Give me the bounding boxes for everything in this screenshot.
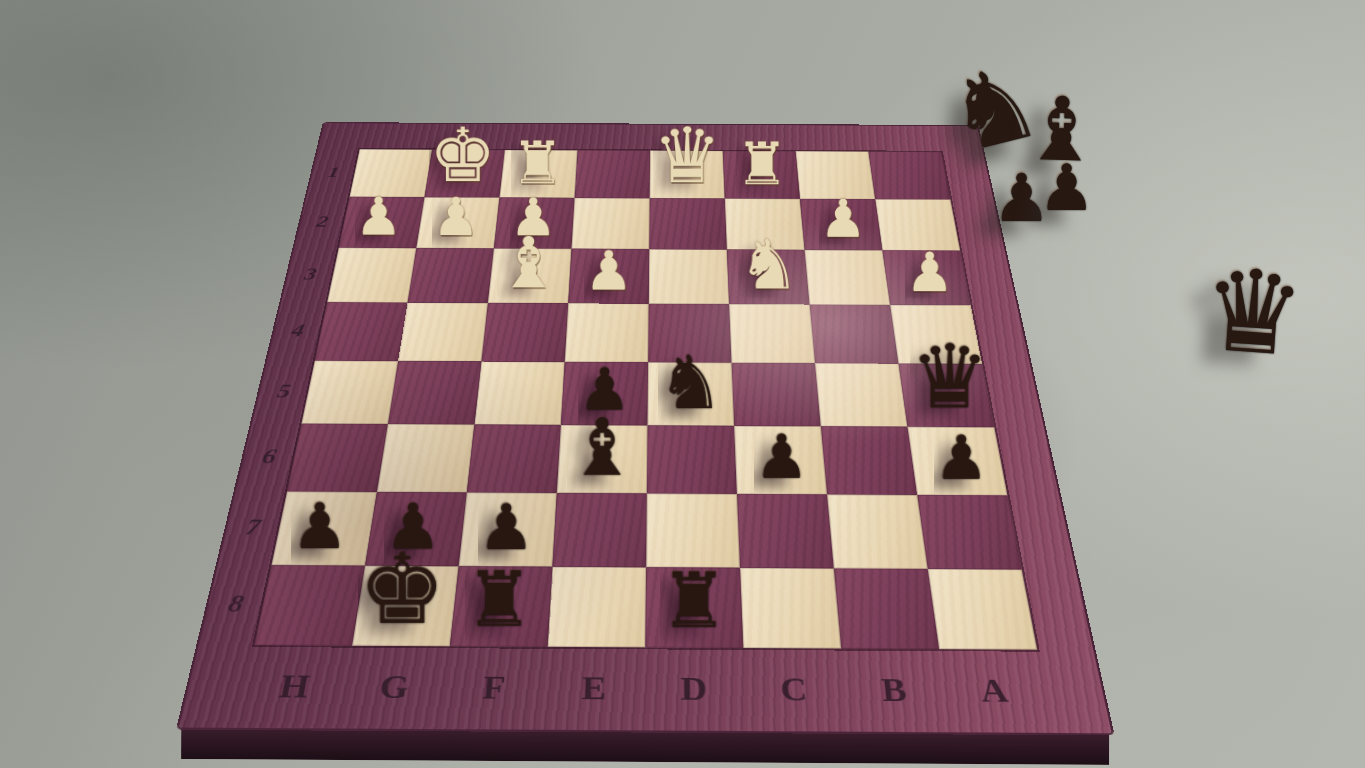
piece-white-pawn-b2[interactable]: ♟: [819, 193, 866, 246]
piece-white-rook-f1[interactable]: ♜: [511, 134, 564, 193]
piece-black-king-g8[interactable]: ♚: [358, 541, 445, 638]
piece-black-rook-f8[interactable]: ♜: [465, 562, 534, 639]
piece-black-pawn-a6[interactable]: ♟: [934, 428, 989, 489]
board-frame: ♚♜♛♜♟♟♟♟♝♟♞♟♟♞♛♝♟♟♟♟♟♚♜♜ HGFEDCBA 123456…: [179, 123, 1112, 733]
square-b6[interactable]: [821, 426, 917, 495]
square-f3[interactable]: ♝: [488, 248, 572, 303]
square-g2[interactable]: ♟: [416, 197, 499, 248]
square-e6[interactable]: ♝: [557, 425, 648, 494]
board-grid: ♚♜♛♜♟♟♟♟♝♟♞♟♟♞♛♝♟♟♟♟♟♚♜♜: [255, 149, 1038, 649]
square-b8[interactable]: [834, 568, 939, 649]
square-c7[interactable]: [737, 494, 834, 568]
square-a6[interactable]: ♟: [908, 427, 1008, 496]
square-a1[interactable]: [868, 152, 950, 200]
square-d2[interactable]: [649, 198, 727, 249]
piece-black-rook-d8[interactable]: ♜: [660, 563, 729, 640]
piece-white-pawn-g2[interactable]: ♟: [432, 191, 479, 244]
piece-black-pawn-h7[interactable]: ♟: [291, 495, 348, 558]
square-h5[interactable]: [301, 361, 398, 424]
square-d5[interactable]: ♞: [648, 362, 735, 426]
captured-black-pawn[interactable]: ♟: [1038, 156, 1095, 220]
piece-white-king-g1[interactable]: ♚: [429, 118, 496, 193]
file-label-g: G: [342, 669, 447, 707]
square-d6[interactable]: [647, 425, 737, 494]
square-e4[interactable]: [565, 303, 649, 362]
square-g3[interactable]: [408, 248, 494, 303]
square-d1[interactable]: ♛: [650, 151, 725, 199]
piece-white-rook-c1[interactable]: ♜: [736, 135, 789, 194]
piece-black-knight-d5[interactable]: ♞: [658, 345, 724, 419]
scene: ♚♜♛♜♟♟♟♟♝♟♞♟♟♞♛♝♟♟♟♟♟♚♜♜ HGFEDCBA 123456…: [0, 0, 1365, 768]
rank-label-3: 3: [285, 248, 335, 303]
square-b7[interactable]: [827, 495, 928, 569]
piece-black-queen-a5[interactable]: ♛: [910, 332, 989, 420]
piece-black-pawn-f7[interactable]: ♟: [478, 496, 535, 559]
square-c4[interactable]: [729, 304, 815, 363]
square-c5[interactable]: [732, 363, 821, 427]
square-a7[interactable]: [917, 495, 1021, 569]
square-b4[interactable]: [810, 305, 899, 364]
piece-black-bishop-e6[interactable]: ♝: [567, 408, 638, 487]
rank-label-6: 6: [240, 423, 297, 491]
square-h3[interactable]: [327, 248, 416, 303]
square-a8[interactable]: [928, 569, 1037, 650]
square-h4[interactable]: [315, 302, 408, 361]
piece-white-pawn-a3[interactable]: ♟: [905, 245, 954, 299]
square-g4[interactable]: [398, 303, 488, 362]
file-label-h: H: [242, 668, 349, 706]
square-e8[interactable]: [548, 567, 647, 648]
square-g6[interactable]: [377, 424, 474, 492]
square-e1[interactable]: [575, 150, 651, 198]
file-label-c: C: [744, 671, 847, 709]
square-f4[interactable]: [481, 303, 568, 362]
piece-white-bishop-f3[interactable]: ♝: [497, 227, 560, 298]
square-b5[interactable]: [815, 363, 908, 427]
square-h6[interactable]: [287, 424, 388, 492]
board-front-edge: [181, 728, 1109, 765]
file-labels: HGFEDCBA: [241, 663, 1050, 716]
square-d3[interactable]: [649, 249, 729, 304]
square-f8[interactable]: ♜: [450, 566, 553, 647]
square-g5[interactable]: [388, 361, 481, 424]
square-e7[interactable]: [552, 493, 646, 567]
square-h8[interactable]: [255, 565, 366, 646]
file-label-e: E: [544, 670, 645, 708]
square-a5[interactable]: ♛: [899, 364, 995, 428]
rank-label-2: 2: [298, 197, 346, 248]
piece-white-pawn-h2[interactable]: ♟: [355, 190, 402, 242]
captured-black-queen-spare[interactable]: ♛: [1198, 253, 1308, 374]
square-f5[interactable]: [474, 361, 564, 424]
piece-white-queen-d1[interactable]: ♛: [653, 117, 722, 194]
file-label-b: B: [843, 672, 947, 710]
square-a3[interactable]: ♟: [882, 250, 970, 305]
square-c6[interactable]: ♟: [734, 426, 827, 495]
square-c8[interactable]: [740, 568, 841, 649]
rank-label-1: 1: [310, 149, 356, 197]
piece-white-knight-c3[interactable]: ♞: [738, 230, 800, 299]
piece-white-pawn-e3[interactable]: ♟: [584, 244, 633, 298]
chess-board: ♚♜♛♜♟♟♟♟♝♟♞♟♟♞♛♝♟♟♟♟♟♚♜♜ HGFEDCBA 123456…: [179, 123, 1112, 733]
square-c1[interactable]: ♜: [723, 151, 800, 199]
square-e3[interactable]: ♟: [568, 249, 649, 304]
square-b2[interactable]: ♟: [800, 199, 882, 250]
square-h2[interactable]: ♟: [339, 197, 425, 248]
file-label-a: A: [942, 672, 1048, 710]
square-b3[interactable]: [805, 250, 891, 305]
square-c3[interactable]: ♞: [727, 250, 810, 305]
square-g8[interactable]: ♚: [352, 566, 459, 647]
file-label-f: F: [443, 669, 546, 707]
file-label-d: D: [645, 671, 746, 709]
square-f6[interactable]: [467, 425, 561, 494]
piece-black-pawn-c6[interactable]: ♟: [754, 427, 809, 488]
square-d8[interactable]: ♜: [645, 567, 743, 648]
